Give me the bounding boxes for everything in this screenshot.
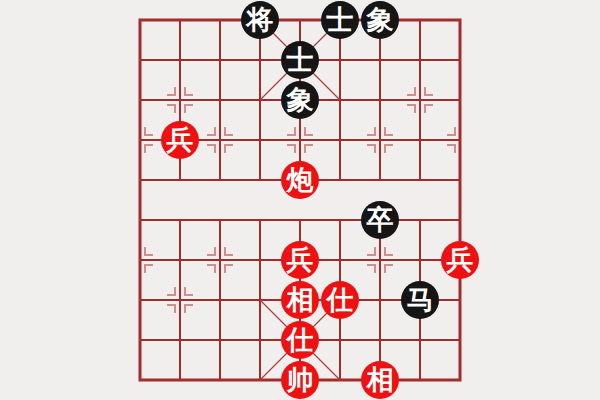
red-elephant[interactable]: 相 <box>281 281 319 319</box>
black-advisor[interactable]: 士 <box>281 41 319 79</box>
red-cannon[interactable]: 炮 <box>281 161 319 199</box>
red-elephant[interactable]: 相 <box>361 361 399 399</box>
red-pawn[interactable]: 兵 <box>281 241 319 279</box>
black-elephant[interactable]: 象 <box>361 1 399 39</box>
red-advisor[interactable]: 仕 <box>321 281 359 319</box>
black-pawn[interactable]: 卒 <box>361 201 399 239</box>
black-advisor[interactable]: 士 <box>321 1 359 39</box>
red-pawn[interactable]: 兵 <box>161 121 199 159</box>
red-advisor[interactable]: 仕 <box>281 321 319 359</box>
xiangqi-board[interactable]: 将士象士象兵炮卒兵兵相仕马仕帅相 <box>0 0 600 400</box>
black-general[interactable]: 将 <box>241 1 279 39</box>
red-pawn[interactable]: 兵 <box>441 241 479 279</box>
black-elephant[interactable]: 象 <box>281 81 319 119</box>
black-horse[interactable]: 马 <box>401 281 439 319</box>
red-general[interactable]: 帅 <box>281 361 319 399</box>
